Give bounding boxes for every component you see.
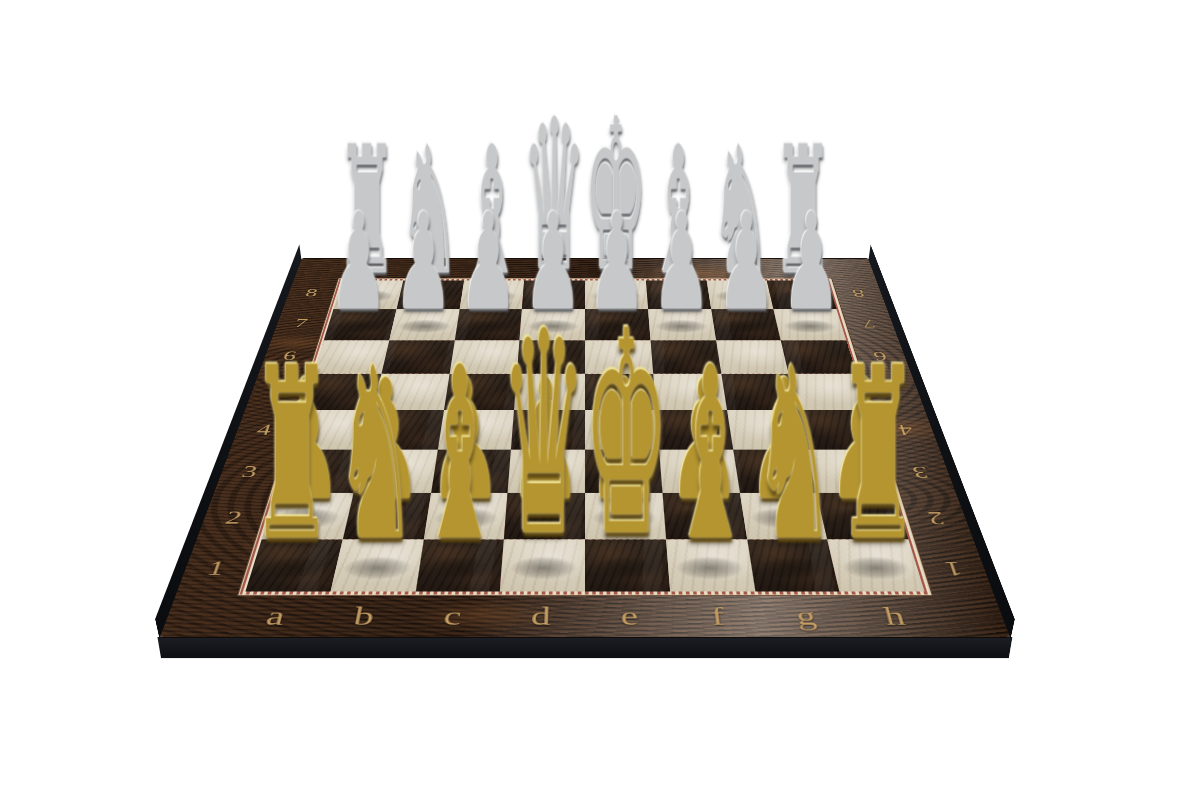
square-a1[interactable]: ♜ (245, 540, 342, 592)
file-label-g: g (793, 601, 819, 631)
piece-gold-rook-a1[interactable]: ♜ (251, 337, 333, 575)
file-label-c: c (442, 601, 463, 631)
square-g1[interactable]: ♞ (747, 540, 840, 592)
rank-label-right-8: 8 (850, 287, 866, 300)
file-labels-bottom: abcdefgh (225, 597, 944, 636)
file-label-h: h (880, 601, 908, 631)
piece-silver-pawn-g7[interactable]: ♟ (717, 196, 776, 330)
file-label-e: e (620, 601, 639, 631)
square-e1[interactable]: ♚ (585, 540, 670, 592)
file-label-a: a (263, 601, 289, 631)
rank-label-1: 1 (204, 557, 228, 580)
file-label-d: d (530, 601, 551, 631)
piece-gold-knight-g1[interactable]: ♞ (753, 337, 835, 575)
square-b1[interactable]: ♞ (330, 540, 423, 592)
rank-label-right-1: 1 (942, 557, 966, 580)
piece-gold-bishop-c1[interactable]: ♝ (419, 337, 501, 575)
board-edge-front (157, 637, 1012, 658)
product-photo-scene: 87654321 87654321 abcdefgh ♜♞♝♛♚♝♞♜♟♟♟♟♟… (0, 0, 1200, 794)
piece-gold-queen-d1[interactable]: ♛ (500, 294, 586, 575)
piece-gold-bishop-f1[interactable]: ♝ (669, 337, 751, 575)
rank-label-right-2: 2 (925, 507, 947, 528)
file-label-b: b (351, 601, 377, 631)
piece-gold-rook-h1[interactable]: ♜ (837, 337, 919, 575)
piece-gold-king-e1[interactable]: ♚ (584, 294, 670, 575)
board-frame: 87654321 87654321 abcdefgh ♜♞♝♛♚♝♞♜♟♟♟♟♟… (160, 259, 1010, 637)
rope-trim-border: ♜♞♝♛♚♝♞♜♟♟♟♟♟♟♟♟♟♟♟♟♟♟♟♟♜♞♝♛♚♝♞♜ (238, 278, 932, 595)
chess-board: 87654321 87654321 abcdefgh ♜♞♝♛♚♝♞♜♟♟♟♟♟… (160, 259, 1010, 637)
square-h1[interactable]: ♜ (828, 540, 925, 592)
square-c1[interactable]: ♝ (415, 540, 504, 592)
piece-silver-pawn-b7[interactable]: ♟ (394, 196, 453, 330)
square-d1[interactable]: ♛ (500, 540, 585, 592)
file-label-f: f (709, 601, 726, 631)
rank-label-8: 8 (303, 287, 319, 300)
piece-silver-pawn-a7[interactable]: ♟ (330, 196, 389, 330)
perspective-wrapper: 87654321 87654321 abcdefgh ♜♞♝♛♚♝♞♜♟♟♟♟♟… (0, 0, 1200, 794)
piece-silver-pawn-h7[interactable]: ♟ (782, 196, 841, 330)
rank-label-2: 2 (223, 507, 245, 528)
playfield: ♜♞♝♛♚♝♞♜♟♟♟♟♟♟♟♟♟♟♟♟♟♟♟♟♜♞♝♛♚♝♞♜ (245, 280, 924, 591)
square-f1[interactable]: ♝ (666, 540, 755, 592)
piece-gold-knight-b1[interactable]: ♞ (335, 337, 417, 575)
